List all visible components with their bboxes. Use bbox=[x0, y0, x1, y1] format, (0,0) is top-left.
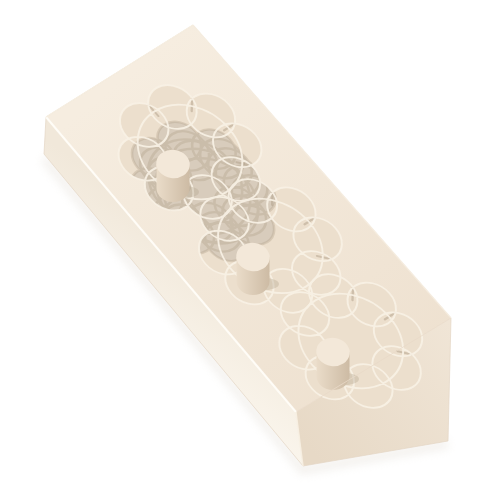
product-photo-stage bbox=[0, 0, 500, 500]
product-photo bbox=[0, 0, 500, 500]
